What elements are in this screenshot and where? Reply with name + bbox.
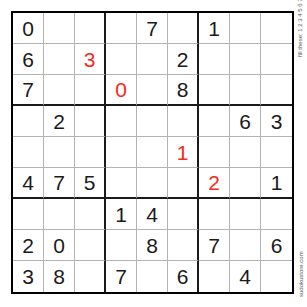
cell-r7c4: 1 [106,199,137,230]
cell-r4c2: 2 [44,106,75,137]
cell-r4c4[interactable] [106,106,137,137]
cell-r3c3[interactable] [75,75,106,106]
cell-r9c3[interactable] [75,261,106,292]
cell-r1c1: 0 [13,13,44,44]
cell-r5c3[interactable] [75,137,106,168]
cell-r6c7[interactable]: 2 [199,168,230,199]
sudokustore-watermark: sudokustore.com [298,251,304,297]
cell-r6c4[interactable] [106,168,137,199]
cell-r1c9[interactable] [261,13,292,44]
cell-r3c2[interactable] [44,75,75,106]
cell-r1c4[interactable] [106,13,137,44]
cell-r8c7: 7 [199,230,230,261]
cell-r1c2[interactable] [44,13,75,44]
cell-r5c5[interactable] [137,137,168,168]
cell-r8c8[interactable] [230,230,261,261]
cell-r4c1[interactable] [13,106,44,137]
fill-these-label: fill these: 1 2 3 4 5 6 7 8 0 [297,0,303,57]
cell-r4c8: 6 [230,106,261,137]
sudoku-page: 071632708263147521142087638764 fill thes… [0,0,307,307]
cell-r4c5[interactable] [137,106,168,137]
cell-r6c8[interactable] [230,168,261,199]
cell-r9c6: 6 [168,261,199,292]
cell-r9c5[interactable] [137,261,168,292]
cell-r1c8[interactable] [230,13,261,44]
cell-r9c1: 3 [13,261,44,292]
cell-r4c9: 3 [261,106,292,137]
cell-r7c8[interactable] [230,199,261,230]
cell-r8c4[interactable] [106,230,137,261]
cell-r2c6: 2 [168,44,199,75]
cell-r2c3[interactable]: 3 [75,44,106,75]
cell-r3c1: 7 [13,75,44,106]
cell-r9c4: 7 [106,261,137,292]
cell-r1c6[interactable] [168,13,199,44]
cell-r3c5[interactable] [137,75,168,106]
cell-r1c5: 7 [137,13,168,44]
cell-r2c2[interactable] [44,44,75,75]
cell-r7c7[interactable] [199,199,230,230]
cell-r6c2: 7 [44,168,75,199]
cell-r7c1[interactable] [13,199,44,230]
cell-r2c5[interactable] [137,44,168,75]
cell-r2c8[interactable] [230,44,261,75]
cell-r7c9[interactable] [261,199,292,230]
cell-r6c5[interactable] [137,168,168,199]
cell-r5c7[interactable] [199,137,230,168]
cell-r8c5: 8 [137,230,168,261]
cell-r2c4[interactable] [106,44,137,75]
cell-r3c4[interactable]: 0 [106,75,137,106]
cell-r7c6[interactable] [168,199,199,230]
cell-r9c8: 4 [230,261,261,292]
cell-r7c5: 4 [137,199,168,230]
cell-r5c4[interactable] [106,137,137,168]
cell-r8c9: 6 [261,230,292,261]
cell-r3c9[interactable] [261,75,292,106]
cell-r6c9: 1 [261,168,292,199]
cell-r9c7[interactable] [199,261,230,292]
cell-r2c9[interactable] [261,44,292,75]
cell-r4c7[interactable] [199,106,230,137]
cell-r6c6[interactable] [168,168,199,199]
cell-r2c7[interactable] [199,44,230,75]
sudoku-board: 071632708263147521142087638764 [11,11,294,294]
cell-r3c8[interactable] [230,75,261,106]
cell-r5c1[interactable] [13,137,44,168]
cell-r5c6[interactable]: 1 [168,137,199,168]
cell-r2c1: 6 [13,44,44,75]
cell-r8c6[interactable] [168,230,199,261]
cell-r4c6[interactable] [168,106,199,137]
cell-r5c2[interactable] [44,137,75,168]
cell-r7c3[interactable] [75,199,106,230]
cell-r1c3[interactable] [75,13,106,44]
cell-r8c2: 0 [44,230,75,261]
cell-r4c3[interactable] [75,106,106,137]
cell-r9c2: 8 [44,261,75,292]
cell-r8c3[interactable] [75,230,106,261]
cell-r6c1: 4 [13,168,44,199]
cell-r5c8[interactable] [230,137,261,168]
cell-r6c3: 5 [75,168,106,199]
cell-r9c9[interactable] [261,261,292,292]
cell-r1c7: 1 [199,13,230,44]
cell-r3c7[interactable] [199,75,230,106]
cell-r5c9[interactable] [261,137,292,168]
cell-r8c1: 2 [13,230,44,261]
cell-r3c6: 8 [168,75,199,106]
cell-r7c2[interactable] [44,199,75,230]
